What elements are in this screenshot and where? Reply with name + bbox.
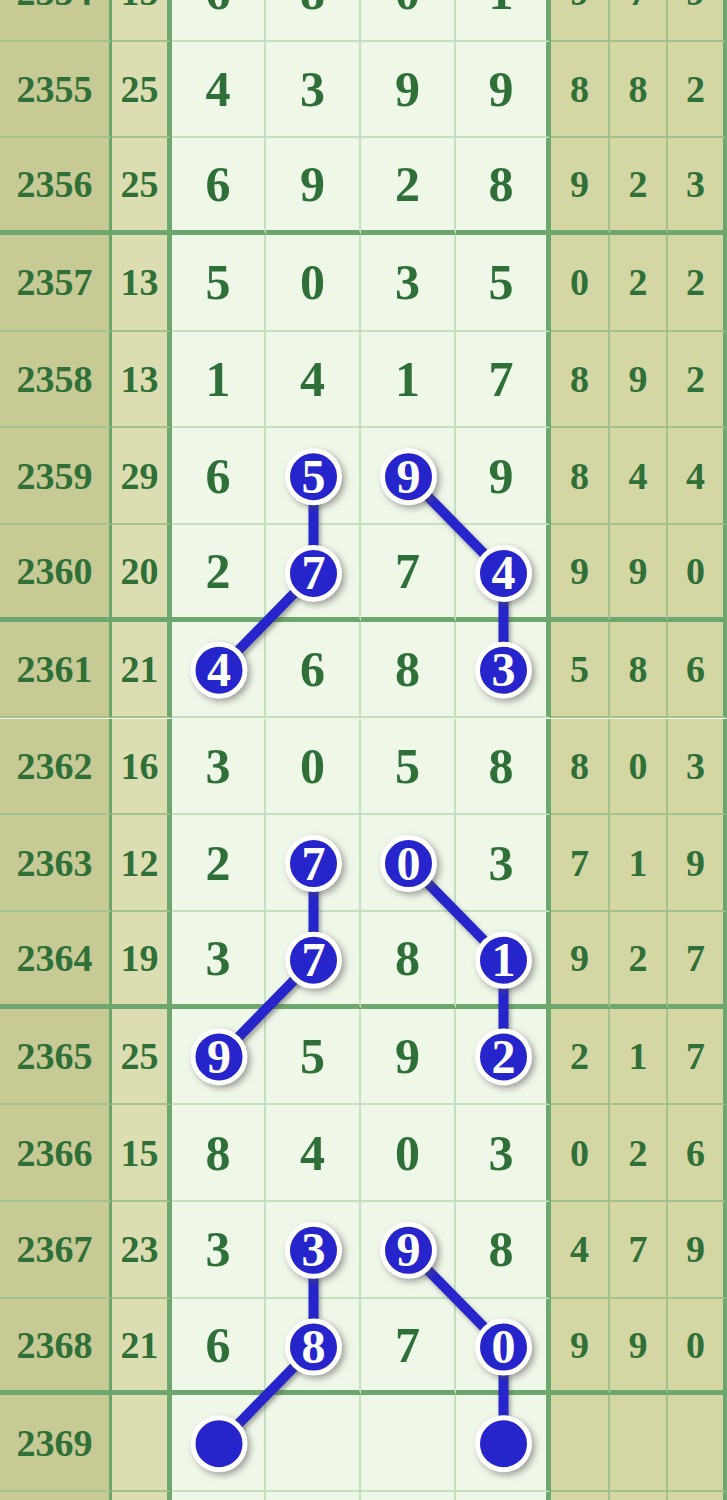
table-row: 2357 13 5 0 3 5 0 2 2 — [0, 235, 727, 332]
issue-cell: 2363 — [0, 815, 112, 912]
stat-cell: 9 — [551, 138, 610, 235]
stat-cell: 5 — [551, 622, 610, 719]
digit-cell: 5 — [361, 719, 456, 816]
stat-cell: 8 — [610, 42, 668, 139]
digit-cell: 8 — [456, 1202, 551, 1299]
digit-cell: 5 — [456, 235, 551, 332]
sum-cell: 29 — [112, 428, 172, 525]
table-row: 2365 25 5 9 2 1 7 — [0, 1009, 727, 1106]
stat-cell: 1 — [610, 1009, 668, 1106]
stat-cell: 9 — [610, 1299, 668, 1396]
digit-cell: 3 — [456, 1105, 551, 1202]
digit-cell: 3 — [266, 42, 361, 139]
table-row: 2363 12 2 3 7 1 9 — [0, 815, 727, 912]
issue-cell: 2364 — [0, 912, 112, 1009]
digit-cell — [266, 815, 361, 912]
stat-cell: 2 — [610, 235, 668, 332]
digit-cell — [266, 1202, 361, 1299]
issue-cell: 2361 — [0, 622, 112, 719]
issue-cell — [0, 1492, 112, 1500]
digit-cell — [456, 912, 551, 1009]
digit-cell: 4 — [172, 42, 266, 139]
stat-cell: 9 — [668, 1202, 727, 1299]
digit-cell: 3 — [172, 719, 266, 816]
digit-cell: 8 — [361, 912, 456, 1009]
table-row: 2355 25 4 3 9 9 8 8 2 — [0, 42, 727, 139]
digit-cell: 2 — [361, 138, 456, 235]
issue-cell: 2369 — [0, 1395, 112, 1492]
stat-cell: 0 — [551, 235, 610, 332]
stat-cell: 9 — [610, 525, 668, 622]
sum-cell: 15 — [112, 1105, 172, 1202]
table-row: 2368 21 6 7 9 9 0 — [0, 1299, 727, 1396]
table-row: 2360 20 2 7 9 9 0 — [0, 525, 727, 622]
digit-cell — [361, 428, 456, 525]
sum-cell: 13 — [112, 332, 172, 429]
sum-cell: 19 — [112, 912, 172, 1009]
table-row: 2366 15 8 4 0 3 0 2 6 — [0, 1105, 727, 1202]
table-row: 2356 25 6 9 2 8 9 2 3 — [0, 138, 727, 235]
stat-cell: 8 — [551, 428, 610, 525]
digit-cell: 6 — [266, 622, 361, 719]
stat-cell: 9 — [668, 0, 727, 42]
stat-cell — [610, 1492, 668, 1500]
sum-cell: 25 — [112, 1009, 172, 1106]
digit-cell — [456, 622, 551, 719]
stat-cell: 0 — [668, 525, 727, 622]
digit-cell: 9 — [266, 138, 361, 235]
digit-cell — [456, 1299, 551, 1396]
issue-cell: 2359 — [0, 428, 112, 525]
stat-cell: 9 — [551, 912, 610, 1009]
issue-cell: 2356 — [0, 138, 112, 235]
stat-cell: 9 — [668, 815, 727, 912]
digit-cell: 8 — [266, 0, 361, 42]
stat-cell: 9 — [551, 1299, 610, 1396]
digit-cell — [456, 525, 551, 622]
issue-cell: 2354 — [0, 0, 112, 42]
table-row: 2361 21 6 8 5 8 6 — [0, 622, 727, 719]
stat-cell: 8 — [551, 332, 610, 429]
issue-cell: 2368 — [0, 1299, 112, 1396]
digit-cell: 9 — [361, 1009, 456, 1106]
table-row: 2359 29 6 9 8 4 4 — [0, 428, 727, 525]
stat-cell: 4 — [668, 428, 727, 525]
digit-cell — [266, 1299, 361, 1396]
stat-cell — [668, 1395, 727, 1492]
stat-cell: 2 — [610, 1105, 668, 1202]
stat-cell: 2 — [668, 235, 727, 332]
digit-cell — [172, 1492, 266, 1500]
lottery-trend-chart: 2354 15 6 8 0 1 9 7 9 2355 25 4 3 9 9 8 … — [0, 0, 727, 1500]
digit-cell — [361, 815, 456, 912]
sum-cell — [112, 1492, 172, 1500]
digit-cell — [172, 622, 266, 719]
digit-cell: 7 — [456, 332, 551, 429]
issue-cell: 2366 — [0, 1105, 112, 1202]
stat-cell: 9 — [551, 0, 610, 42]
issue-cell: 2355 — [0, 42, 112, 139]
sum-cell — [112, 1395, 172, 1492]
sum-cell: 12 — [112, 815, 172, 912]
digit-cell: 8 — [456, 138, 551, 235]
digit-cell — [266, 912, 361, 1009]
digit-cell: 6 — [172, 428, 266, 525]
stat-cell: 2 — [551, 1009, 610, 1106]
digit-cell: 3 — [172, 912, 266, 1009]
stat-cell: 0 — [551, 1105, 610, 1202]
digit-cell: 0 — [266, 719, 361, 816]
issue-cell: 2362 — [0, 719, 112, 816]
digit-cell: 6 — [172, 1299, 266, 1396]
sum-cell: 20 — [112, 525, 172, 622]
stat-cell: 8 — [610, 622, 668, 719]
stat-cell: 0 — [668, 1299, 727, 1396]
digit-cell: 9 — [456, 428, 551, 525]
digit-cell: 8 — [361, 622, 456, 719]
digit-cell: 2 — [172, 815, 266, 912]
sum-cell: 15 — [112, 0, 172, 42]
digit-cell: 3 — [361, 235, 456, 332]
digit-cell — [266, 428, 361, 525]
stat-cell: 7 — [668, 1009, 727, 1106]
stat-cell — [610, 1395, 668, 1492]
digit-cell — [361, 1202, 456, 1299]
stat-cell: 6 — [668, 622, 727, 719]
sum-cell: 23 — [112, 1202, 172, 1299]
digit-cell: 3 — [456, 815, 551, 912]
issue-cell: 2357 — [0, 235, 112, 332]
digit-cell — [456, 1009, 551, 1106]
stat-cell: 2 — [668, 332, 727, 429]
digit-cell — [456, 1492, 551, 1500]
digit-cell: 8 — [456, 719, 551, 816]
stat-cell: 4 — [610, 428, 668, 525]
table-row: 2362 16 3 0 5 8 8 0 3 — [0, 719, 727, 816]
stat-cell: 8 — [551, 719, 610, 816]
stat-cell: 7 — [610, 0, 668, 42]
digit-cell: 4 — [266, 332, 361, 429]
table-row: 2369 — [0, 1395, 727, 1492]
table-row: 2364 19 3 8 9 2 7 — [0, 912, 727, 1009]
stat-cell: 9 — [551, 525, 610, 622]
stat-cell: 3 — [668, 138, 727, 235]
digit-cell: 0 — [361, 1105, 456, 1202]
stat-cell: 6 — [668, 1105, 727, 1202]
digit-cell: 1 — [361, 332, 456, 429]
digit-cell: 4 — [266, 1105, 361, 1202]
digit-cell: 6 — [172, 0, 266, 42]
stat-cell: 2 — [610, 912, 668, 1009]
digit-cell: 3 — [172, 1202, 266, 1299]
stat-cell: 0 — [610, 719, 668, 816]
stat-cell: 3 — [668, 719, 727, 816]
sum-cell: 25 — [112, 138, 172, 235]
digit-cell: 7 — [361, 525, 456, 622]
digit-cell: 5 — [172, 235, 266, 332]
digit-cell: 9 — [456, 42, 551, 139]
digit-cell: 6 — [172, 138, 266, 235]
table-row: 2367 23 3 8 4 7 9 — [0, 1202, 727, 1299]
stat-cell: 7 — [668, 912, 727, 1009]
digit-cell: 0 — [266, 235, 361, 332]
stat-cell: 9 — [610, 332, 668, 429]
digit-cell: 0 — [361, 0, 456, 42]
sum-cell: 13 — [112, 235, 172, 332]
stat-cell — [551, 1492, 610, 1500]
digit-cell — [266, 1492, 361, 1500]
sum-cell: 21 — [112, 1299, 172, 1396]
stat-cell: 8 — [551, 42, 610, 139]
stat-cell: 7 — [610, 1202, 668, 1299]
digit-cell: 7 — [361, 1299, 456, 1396]
table-row: 2358 13 1 4 1 7 8 9 2 — [0, 332, 727, 429]
digit-cell: 1 — [456, 0, 551, 42]
issue-cell: 2365 — [0, 1009, 112, 1106]
stat-cell — [668, 1492, 727, 1500]
table-row: 2354 15 6 8 0 1 9 7 9 — [0, 0, 727, 42]
sum-cell: 21 — [112, 622, 172, 719]
digit-cell — [456, 1395, 551, 1492]
digit-cell: 8 — [172, 1105, 266, 1202]
digit-cell — [172, 1395, 266, 1492]
digit-cell: 1 — [172, 332, 266, 429]
digit-cell — [361, 1492, 456, 1500]
stat-cell: 2 — [668, 42, 727, 139]
digit-cell — [361, 1395, 456, 1492]
digit-cell: 9 — [361, 42, 456, 139]
issue-cell: 2360 — [0, 525, 112, 622]
digit-cell — [266, 1395, 361, 1492]
issue-cell: 2358 — [0, 332, 112, 429]
digit-cell — [172, 1009, 266, 1106]
table-row — [0, 1492, 727, 1500]
stat-cell: 4 — [551, 1202, 610, 1299]
stat-cell: 1 — [610, 815, 668, 912]
digit-cell — [266, 525, 361, 622]
digit-cell: 2 — [172, 525, 266, 622]
sum-cell: 25 — [112, 42, 172, 139]
stat-cell — [551, 1395, 610, 1492]
sum-cell: 16 — [112, 719, 172, 816]
stat-cell: 7 — [551, 815, 610, 912]
stat-cell: 2 — [610, 138, 668, 235]
digit-cell: 5 — [266, 1009, 361, 1106]
issue-cell: 2367 — [0, 1202, 112, 1299]
